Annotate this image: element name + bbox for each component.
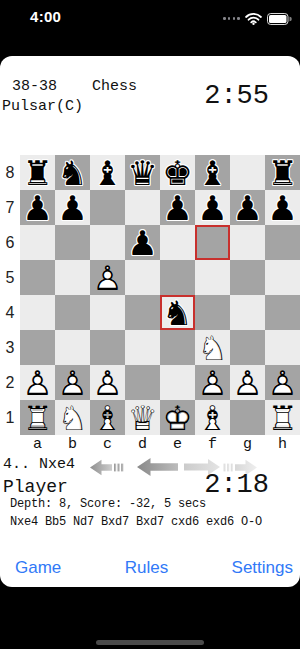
square-e7[interactable]: ♟ [160,190,195,225]
file-label-b: b [55,436,90,453]
square-h3[interactable] [265,330,300,365]
square-g8[interactable] [230,155,265,190]
phone-screen: 4:00 38-38 Chess Pulsar(C) 2:55 8♜♞♝♛♚♝♜… [0,0,300,649]
square-e6[interactable] [160,225,195,260]
square-d5[interactable] [125,260,160,295]
square-c5[interactable]: ♟♙ [90,260,125,295]
square-e4[interactable]: ♞ [160,295,195,330]
square-b3[interactable] [55,330,90,365]
square-b5[interactable] [55,260,90,295]
rank-label-8: 8 [0,155,20,190]
square-a6[interactable] [20,225,55,260]
square-c7[interactable] [90,190,125,225]
rank-label-7: 7 [0,190,20,225]
black-knight: ♞ [160,295,195,330]
square-e2[interactable] [160,365,195,400]
hint-move-list: Nxe4 Bb5 Nd7 Bxd7 Bxd7 cxd6 exd6 O-O [10,515,262,529]
app-card: 38-38 Chess Pulsar(C) 2:55 8♜♞♝♛♚♝♜7♟♟♟♟… [0,56,300,587]
square-c6[interactable] [90,225,125,260]
black-king: ♚ [160,155,195,190]
jump-to-start-button[interactable] [90,459,124,476]
square-f7[interactable]: ♟ [195,190,230,225]
file-label-c: c [90,436,125,453]
file-label-f: f [195,436,230,453]
black-bishop: ♝ [195,155,230,190]
white-pawn: ♟♙ [90,365,125,400]
white-rook: ♜♖ [20,400,55,435]
file-label-h: h [265,436,300,453]
square-e1[interactable]: ♚♔ [160,400,195,435]
cellular-signal-icon [223,17,240,21]
square-d2[interactable] [125,365,160,400]
engine-name: Pulsar(C) [2,98,83,115]
bottom-toolbar: Game Rules Settings [0,555,300,581]
square-c2[interactable]: ♟♙ [90,365,125,400]
rank-label-6: 6 [0,225,20,260]
white-bishop: ♝♗ [90,400,125,435]
square-h2[interactable]: ♟♙ [265,365,300,400]
file-label-e: e [160,436,195,453]
white-bishop: ♝♗ [195,400,230,435]
square-a5[interactable] [20,260,55,295]
battery-icon [267,13,292,25]
black-pawn: ♟ [55,190,90,225]
black-knight: ♞ [55,155,90,190]
square-b6[interactable] [55,225,90,260]
material-score: 38-38 [12,78,57,95]
square-h7[interactable]: ♟ [265,190,300,225]
rank-label-4: 4 [0,295,20,330]
status-icons [223,13,292,25]
square-h8[interactable]: ♜ [265,155,300,190]
square-g2[interactable]: ♟♙ [230,365,265,400]
square-f5[interactable] [195,260,230,295]
app-title: Chess [92,78,137,95]
square-a8[interactable]: ♜ [20,155,55,190]
square-g4[interactable] [230,295,265,330]
white-pawn: ♟♙ [265,365,300,400]
square-d8[interactable]: ♛ [125,155,160,190]
black-pawn: ♟ [160,190,195,225]
square-d3[interactable] [125,330,160,365]
square-g6[interactable] [230,225,265,260]
white-pawn: ♟♙ [90,260,125,295]
black-pawn: ♟ [20,190,55,225]
rank-label-1: 1 [0,400,20,435]
file-labels: abcdefgh [20,436,300,453]
square-f4[interactable] [195,295,230,330]
square-b1[interactable]: ♞♘ [55,400,90,435]
home-indicator[interactable] [96,640,204,645]
square-a7[interactable]: ♟ [20,190,55,225]
file-label-g: g [230,436,265,453]
square-a1[interactable]: ♜♖ [20,400,55,435]
square-f2[interactable]: ♟♙ [195,365,230,400]
square-g3[interactable] [230,330,265,365]
file-label-a: a [20,436,55,453]
chess-board: 8♜♞♝♛♚♝♜7♟♟♟♟♟♟6♟5♟♙4♞3♞♘2♟♙♟♙♟♙♟♙♟♙♟♙1♜… [0,155,300,435]
white-rook: ♜♖ [265,400,300,435]
file-label-d: d [125,436,160,453]
black-pawn: ♟ [265,190,300,225]
square-a4[interactable] [20,295,55,330]
engine-search-info: Depth: 8, Score: -32, 5 secs [10,497,206,511]
square-h6[interactable] [265,225,300,260]
square-b4[interactable] [55,295,90,330]
white-pawn: ♟♙ [195,365,230,400]
square-f8[interactable]: ♝ [195,155,230,190]
rank-label-5: 5 [0,260,20,295]
square-d1[interactable]: ♛♕ [125,400,160,435]
square-g5[interactable] [230,260,265,295]
black-pawn: ♟ [195,190,230,225]
black-bishop: ♝ [90,155,125,190]
white-queen: ♛♕ [125,400,160,435]
square-e5[interactable] [160,260,195,295]
square-c4[interactable] [90,295,125,330]
status-time: 4:00 [30,8,61,25]
step-back-button[interactable] [137,457,178,477]
square-h5[interactable] [265,260,300,295]
square-b8[interactable]: ♞ [55,155,90,190]
square-c3[interactable] [90,330,125,365]
white-knight: ♞♘ [195,330,230,365]
square-d7[interactable] [125,190,160,225]
wifi-icon [245,13,262,25]
square-f1[interactable]: ♝♗ [195,400,230,435]
square-h1[interactable]: ♜♖ [265,400,300,435]
white-pawn: ♟♙ [55,365,90,400]
player-clock: 2:18 [204,470,269,500]
black-queen: ♛ [125,155,160,190]
square-h4[interactable] [265,295,300,330]
square-b2[interactable]: ♟♙ [55,365,90,400]
black-pawn: ♟ [230,190,265,225]
last-move-label: 4.. Nxe4 [3,456,75,473]
rules-button[interactable]: Rules [125,558,168,578]
white-pawn: ♟♙ [230,365,265,400]
square-c1[interactable]: ♝♗ [90,400,125,435]
square-d4[interactable] [125,295,160,330]
square-e3[interactable] [160,330,195,365]
square-g7[interactable]: ♟ [230,190,265,225]
black-pawn: ♟ [125,225,160,260]
black-rook: ♜ [20,155,55,190]
white-knight: ♞♘ [55,400,90,435]
square-a2[interactable]: ♟♙ [20,365,55,400]
engine-clock: 2:55 [204,81,269,111]
square-c8[interactable]: ♝ [90,155,125,190]
settings-button[interactable]: Settings [232,558,293,578]
square-f6[interactable] [195,225,230,260]
square-a3[interactable] [20,330,55,365]
white-pawn: ♟♙ [20,365,55,400]
player-name: Player [3,477,68,497]
square-b7[interactable]: ♟ [55,190,90,225]
square-e8[interactable]: ♚ [160,155,195,190]
rank-label-3: 3 [0,330,20,365]
square-d6[interactable]: ♟ [125,225,160,260]
white-king: ♚♔ [160,400,195,435]
square-g1[interactable] [230,400,265,435]
game-button[interactable]: Game [15,558,61,578]
status-bar: 4:00 [0,0,300,56]
square-f3[interactable]: ♞♘ [195,330,230,365]
rank-label-2: 2 [0,365,20,400]
black-rook: ♜ [265,155,300,190]
